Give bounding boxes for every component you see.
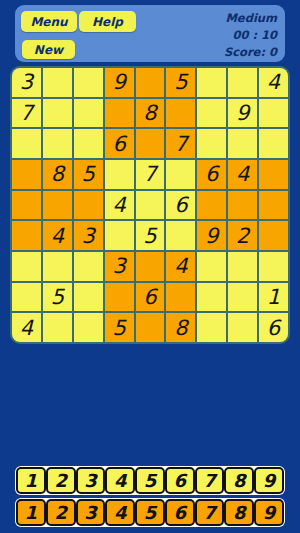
cell-r8c8[interactable] [228,283,257,312]
numkey-yellow-4[interactable]: 4 [105,467,135,494]
cell-r2c1[interactable]: 7 [12,99,41,128]
new-button[interactable]: New [22,40,75,59]
numkey-orange-6[interactable]: 6 [165,499,195,526]
cell-r6c6[interactable] [166,221,195,250]
cell-r4c3[interactable]: 5 [74,160,103,189]
cell-r3c1[interactable] [12,129,41,158]
numkey-yellow-2[interactable]: 2 [46,467,76,494]
cell-r2c6[interactable] [166,99,195,128]
cell-r1c9[interactable]: 4 [259,68,288,97]
cell-r6c1[interactable] [12,221,41,250]
cell-r8c5[interactable]: 6 [136,283,165,312]
cell-r3c9[interactable] [259,129,288,158]
cell-r4c8[interactable]: 4 [228,160,257,189]
cell-r1c1[interactable]: 3 [12,68,41,97]
numkey-yellow-7[interactable]: 7 [195,467,225,494]
cell-r9c2[interactable] [43,313,72,342]
cell-r7c3[interactable] [74,252,103,281]
numkey-yellow-9[interactable]: 9 [254,467,284,494]
cell-r4c6[interactable] [166,160,195,189]
cell-r5c7[interactable] [197,191,226,220]
cell-r9c7[interactable] [197,313,226,342]
cell-r8c4[interactable] [105,283,134,312]
cell-r2c8[interactable]: 9 [228,99,257,128]
numkey-yellow-5[interactable]: 5 [135,467,165,494]
cell-r4c5[interactable]: 7 [136,160,165,189]
cell-r7c9[interactable] [259,252,288,281]
cell-r1c6[interactable]: 5 [166,68,195,97]
timer-label: 00 : 10 [157,27,277,44]
cell-r6c5[interactable]: 5 [136,221,165,250]
cell-r5c9[interactable] [259,191,288,220]
numkey-orange-9[interactable]: 9 [254,499,284,526]
numkey-orange-8[interactable]: 8 [224,499,254,526]
cell-r5c2[interactable] [43,191,72,220]
cell-r2c4[interactable] [105,99,134,128]
cell-r7c2[interactable] [43,252,72,281]
status-block: Medium 00 : 10 Score: 0 [157,10,277,61]
cell-r7c7[interactable] [197,252,226,281]
top-panel: Menu Help New Medium 00 : 10 Score: 0 [15,5,285,62]
cell-r1c8[interactable] [228,68,257,97]
numkey-orange-4[interactable]: 4 [105,499,135,526]
cell-r2c9[interactable] [259,99,288,128]
cell-r8c1[interactable] [12,283,41,312]
numkey-yellow-3[interactable]: 3 [76,467,106,494]
cell-r9c4[interactable]: 5 [105,313,134,342]
cell-r6c8[interactable]: 2 [228,221,257,250]
cell-r6c9[interactable] [259,221,288,250]
cell-r3c7[interactable] [197,129,226,158]
cell-r1c5[interactable] [136,68,165,97]
cell-r1c3[interactable] [74,68,103,97]
numpad-orange: 123456789 [15,498,285,527]
cell-r6c2[interactable]: 4 [43,221,72,250]
cell-r9c5[interactable] [136,313,165,342]
cell-r8c6[interactable] [166,283,195,312]
cell-r6c7[interactable]: 9 [197,221,226,250]
cell-r9c9[interactable]: 6 [259,313,288,342]
cell-r7c8[interactable] [228,252,257,281]
cell-r7c6[interactable]: 4 [166,252,195,281]
cell-r5c8[interactable] [228,191,257,220]
numkey-orange-1[interactable]: 1 [16,499,46,526]
cell-r9c1[interactable]: 4 [12,313,41,342]
cell-r5c1[interactable] [12,191,41,220]
cell-r5c4[interactable]: 4 [105,191,134,220]
cell-r8c9[interactable]: 1 [259,283,288,312]
score-label: Score: 0 [157,44,277,61]
menu-button[interactable]: Menu [21,11,77,32]
cell-r2c7[interactable] [197,99,226,128]
numkey-yellow-1[interactable]: 1 [16,467,46,494]
cell-r6c3[interactable]: 3 [74,221,103,250]
numkey-orange-7[interactable]: 7 [195,499,225,526]
cell-r3c3[interactable] [74,129,103,158]
cell-r3c4[interactable]: 6 [105,129,134,158]
difficulty-label: Medium [157,10,277,27]
cell-r3c2[interactable] [43,129,72,158]
numkey-orange-5[interactable]: 5 [135,499,165,526]
numkey-orange-2[interactable]: 2 [46,499,76,526]
cell-r7c1[interactable] [12,252,41,281]
cell-r4c2[interactable]: 8 [43,160,72,189]
cell-r9c3[interactable] [74,313,103,342]
cell-r5c5[interactable] [136,191,165,220]
cell-r8c2[interactable]: 5 [43,283,72,312]
cell-r8c7[interactable] [197,283,226,312]
help-button[interactable]: Help [79,11,136,32]
cell-r9c8[interactable] [228,313,257,342]
cell-r4c9[interactable] [259,160,288,189]
cell-r3c5[interactable] [136,129,165,158]
cell-r5c3[interactable] [74,191,103,220]
cell-r6c4[interactable] [105,221,134,250]
numkey-orange-3[interactable]: 3 [76,499,106,526]
cell-r7c4[interactable]: 3 [105,252,134,281]
cell-r4c4[interactable] [105,160,134,189]
cell-r2c5[interactable]: 8 [136,99,165,128]
cell-r3c6[interactable]: 7 [166,129,195,158]
cell-r2c3[interactable] [74,99,103,128]
cell-r3c8[interactable] [228,129,257,158]
cell-r1c4[interactable]: 9 [105,68,134,97]
cell-r9c6[interactable]: 8 [166,313,195,342]
sudoku-board: 395478967857644643592345614586 [10,66,290,344]
cell-r8c3[interactable] [74,283,103,312]
numkey-yellow-8[interactable]: 8 [224,467,254,494]
numkey-yellow-6[interactable]: 6 [165,467,195,494]
cell-r7c5[interactable] [136,252,165,281]
cell-r4c7[interactable]: 6 [197,160,226,189]
cell-r1c7[interactable] [197,68,226,97]
cell-r5c6[interactable]: 6 [166,191,195,220]
cell-r1c2[interactable] [43,68,72,97]
numpad-yellow: 123456789 [15,466,285,495]
cell-r4c1[interactable] [12,160,41,189]
cell-r2c2[interactable] [43,99,72,128]
